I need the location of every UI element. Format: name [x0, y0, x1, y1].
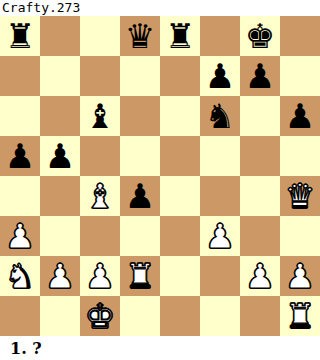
square-c2[interactable]: ♟	[80, 256, 120, 296]
square-d5[interactable]	[120, 136, 160, 176]
piece-white-pawn: ♟	[205, 216, 235, 256]
square-f4[interactable]	[200, 176, 240, 216]
piece-white-rook: ♜	[125, 256, 155, 296]
square-e6[interactable]	[160, 96, 200, 136]
square-g6[interactable]	[240, 96, 280, 136]
square-f8[interactable]	[200, 16, 240, 56]
status-bar: 1. ?	[0, 336, 320, 360]
square-a2[interactable]: ♞	[0, 256, 40, 296]
chess-board: ♜♛♜♚♟♟♝♞♟♟♟♝♟♛♟♟♞♟♟♜♟♟♚♜	[0, 16, 320, 336]
square-c5[interactable]	[80, 136, 120, 176]
chess-app-window: Crafty.273 ♜♛♜♚♟♟♝♞♟♟♟♝♟♛♟♟♞♟♟♜♟♟♚♜ 1. ?	[0, 0, 320, 360]
square-b5[interactable]: ♟	[40, 136, 80, 176]
square-h8[interactable]	[280, 16, 320, 56]
square-d7[interactable]	[120, 56, 160, 96]
square-c1[interactable]: ♚	[80, 296, 120, 336]
square-c7[interactable]	[80, 56, 120, 96]
piece-black-knight: ♞	[205, 96, 235, 136]
piece-black-pawn: ♟	[125, 176, 155, 216]
square-f6[interactable]: ♞	[200, 96, 240, 136]
square-f7[interactable]: ♟	[200, 56, 240, 96]
square-a4[interactable]	[0, 176, 40, 216]
square-f5[interactable]	[200, 136, 240, 176]
square-d1[interactable]	[120, 296, 160, 336]
square-f2[interactable]	[200, 256, 240, 296]
page-title: Crafty.273	[0, 0, 80, 16]
piece-black-pawn: ♟	[205, 56, 235, 96]
square-c4[interactable]: ♝	[80, 176, 120, 216]
piece-black-pawn: ♟	[245, 56, 275, 96]
square-b2[interactable]: ♟	[40, 256, 80, 296]
square-g8[interactable]: ♚	[240, 16, 280, 56]
piece-white-pawn: ♟	[45, 256, 75, 296]
square-a1[interactable]	[0, 296, 40, 336]
square-f1[interactable]	[200, 296, 240, 336]
square-e7[interactable]	[160, 56, 200, 96]
piece-white-rook: ♜	[285, 296, 315, 336]
square-d6[interactable]	[120, 96, 160, 136]
square-e5[interactable]	[160, 136, 200, 176]
square-c8[interactable]	[80, 16, 120, 56]
square-g3[interactable]	[240, 216, 280, 256]
square-e8[interactable]: ♜	[160, 16, 200, 56]
square-a7[interactable]	[0, 56, 40, 96]
square-c3[interactable]	[80, 216, 120, 256]
square-h6[interactable]: ♟	[280, 96, 320, 136]
square-e3[interactable]	[160, 216, 200, 256]
square-g4[interactable]	[240, 176, 280, 216]
square-b1[interactable]	[40, 296, 80, 336]
piece-white-pawn: ♟	[285, 256, 315, 296]
square-g7[interactable]: ♟	[240, 56, 280, 96]
square-b7[interactable]	[40, 56, 80, 96]
square-e4[interactable]	[160, 176, 200, 216]
square-h3[interactable]	[280, 216, 320, 256]
piece-black-rook: ♜	[165, 16, 195, 56]
square-g5[interactable]	[240, 136, 280, 176]
square-h5[interactable]	[280, 136, 320, 176]
piece-white-knight: ♞	[5, 256, 35, 296]
piece-black-pawn: ♟	[5, 136, 35, 176]
square-d2[interactable]: ♜	[120, 256, 160, 296]
piece-black-king: ♚	[245, 16, 275, 56]
piece-white-pawn: ♟	[245, 256, 275, 296]
piece-black-rook: ♜	[5, 16, 35, 56]
square-h1[interactable]: ♜	[280, 296, 320, 336]
square-e2[interactable]	[160, 256, 200, 296]
square-h2[interactable]: ♟	[280, 256, 320, 296]
square-h4[interactable]: ♛	[280, 176, 320, 216]
piece-white-queen: ♛	[285, 176, 315, 216]
square-a6[interactable]	[0, 96, 40, 136]
piece-black-bishop: ♝	[85, 96, 115, 136]
square-e1[interactable]	[160, 296, 200, 336]
square-a5[interactable]: ♟	[0, 136, 40, 176]
square-d3[interactable]	[120, 216, 160, 256]
square-f3[interactable]: ♟	[200, 216, 240, 256]
square-d8[interactable]: ♛	[120, 16, 160, 56]
square-d4[interactable]: ♟	[120, 176, 160, 216]
title-bar: Crafty.273	[0, 0, 320, 16]
square-b8[interactable]	[40, 16, 80, 56]
piece-white-bishop: ♝	[85, 176, 115, 216]
square-h7[interactable]	[280, 56, 320, 96]
square-a3[interactable]: ♟	[0, 216, 40, 256]
square-b3[interactable]	[40, 216, 80, 256]
square-a8[interactable]: ♜	[0, 16, 40, 56]
piece-white-pawn: ♟	[85, 256, 115, 296]
piece-black-pawn: ♟	[285, 96, 315, 136]
piece-white-pawn: ♟	[5, 216, 35, 256]
piece-black-queen: ♛	[125, 16, 155, 56]
piece-black-pawn: ♟	[45, 136, 75, 176]
square-g1[interactable]	[240, 296, 280, 336]
square-g2[interactable]: ♟	[240, 256, 280, 296]
square-b6[interactable]	[40, 96, 80, 136]
square-c6[interactable]: ♝	[80, 96, 120, 136]
square-b4[interactable]	[40, 176, 80, 216]
piece-white-king: ♚	[85, 296, 115, 336]
move-prompt: 1. ?	[0, 339, 42, 358]
